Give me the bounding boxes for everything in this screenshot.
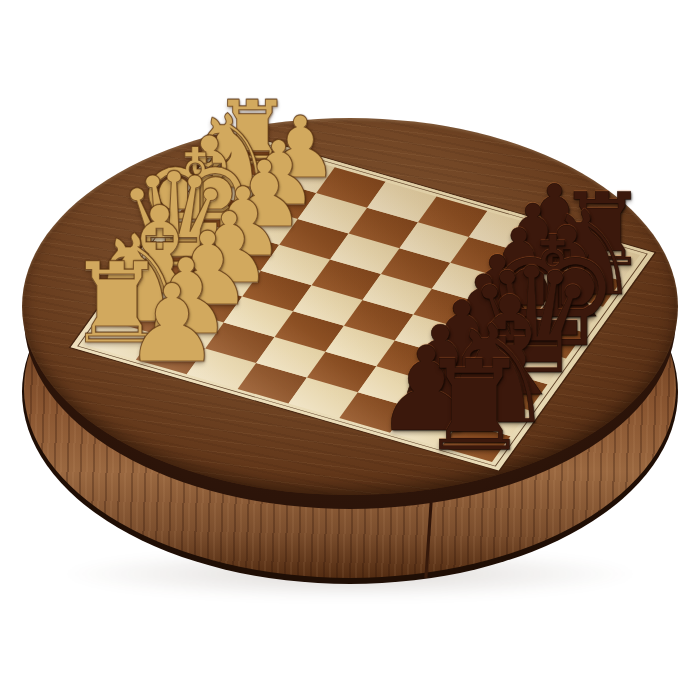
photo-canvas: ♜♞♝♛♚♝♞♜♟♟♟♟♟♟♟♟♟♟♟♟♟♟♟♟♜♞♝♛♚♝♞♜ xyxy=(0,0,700,700)
